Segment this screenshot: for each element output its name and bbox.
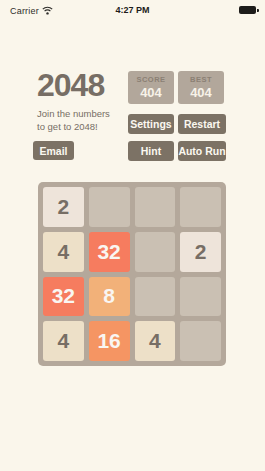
empty-cell <box>89 187 130 227</box>
score-box: SCORE 404 <box>128 71 174 104</box>
page-title: 2048 <box>37 67 104 104</box>
tile-4: 4 <box>135 321 176 361</box>
tile-8: 8 <box>89 277 130 317</box>
restart-button[interactable]: Restart <box>178 114 226 134</box>
best-box: BEST 404 <box>178 71 224 104</box>
app-screen: Carrier 4:27 PM 2048 SCORE 404 BEST 404 … <box>0 0 265 471</box>
tile-4: 4 <box>43 232 84 272</box>
subtitle-line-2: to get to 2048! <box>37 120 110 133</box>
tile-4: 4 <box>43 321 84 361</box>
tile-2: 2 <box>180 232 221 272</box>
status-bar: Carrier 4:27 PM <box>0 0 265 20</box>
best-label: BEST <box>190 75 212 84</box>
best-value: 404 <box>190 85 212 100</box>
tile-32: 32 <box>43 277 84 317</box>
tile-32: 32 <box>89 232 130 272</box>
email-button[interactable]: Email <box>33 141 74 160</box>
empty-cell <box>135 277 176 317</box>
tile-16: 16 <box>89 321 130 361</box>
clock: 4:27 PM <box>0 5 265 15</box>
board-grid[interactable]: 243223284164 <box>38 182 226 366</box>
empty-cell <box>135 232 176 272</box>
empty-cell <box>180 277 221 317</box>
score-label: SCORE <box>136 75 165 84</box>
battery-icon <box>239 6 256 14</box>
empty-cell <box>180 321 221 361</box>
hint-button[interactable]: Hint <box>128 141 174 161</box>
subtitle: Join the numbers to get to 2048! <box>37 107 110 133</box>
auto-run-button[interactable]: Auto Run <box>178 141 226 161</box>
score-value: 404 <box>140 85 162 100</box>
tile-2: 2 <box>43 187 84 227</box>
subtitle-line-1: Join the numbers <box>37 107 110 120</box>
settings-button[interactable]: Settings <box>128 114 174 134</box>
empty-cell <box>180 187 221 227</box>
empty-cell <box>135 187 176 227</box>
